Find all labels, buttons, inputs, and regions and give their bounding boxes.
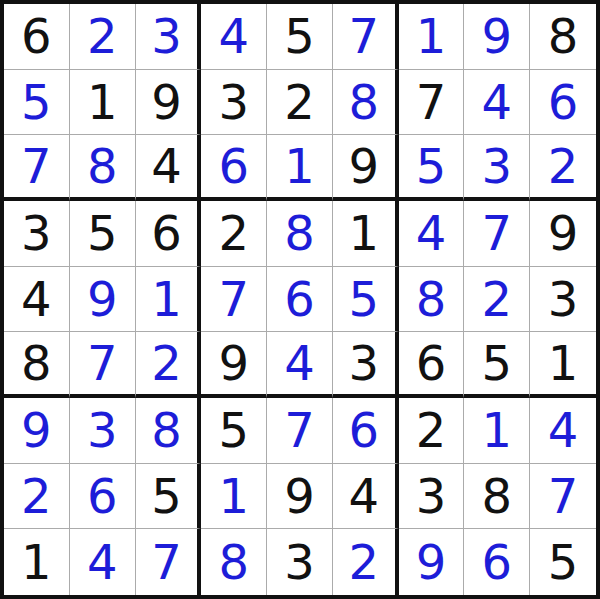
sudoku-cell-r2c2[interactable]: 1	[70, 70, 136, 136]
sudoku-cell-r3c3[interactable]: 4	[136, 135, 202, 201]
sudoku-cell-r4c2[interactable]: 5	[70, 201, 136, 267]
sudoku-cell-r8c3[interactable]: 5	[136, 464, 202, 530]
sudoku-cell-r3c9[interactable]: 2	[530, 135, 596, 201]
sudoku-cell-r7c8[interactable]: 1	[464, 398, 530, 464]
sudoku-cell-r9c8[interactable]: 6	[464, 529, 530, 595]
sudoku-cell-r1c5[interactable]: 5	[267, 4, 333, 70]
sudoku-cell-r9c2[interactable]: 4	[70, 529, 136, 595]
sudoku-cell-r8c6[interactable]: 4	[333, 464, 399, 530]
sudoku-cell-r4c4[interactable]: 2	[201, 201, 267, 267]
sudoku-cell-r7c6[interactable]: 6	[333, 398, 399, 464]
sudoku-cell-r8c7[interactable]: 3	[399, 464, 465, 530]
sudoku-cell-r2c3[interactable]: 9	[136, 70, 202, 136]
sudoku-cell-r9c5[interactable]: 3	[267, 529, 333, 595]
sudoku-cell-r6c6[interactable]: 3	[333, 332, 399, 398]
sudoku-cell-r1c3[interactable]: 3	[136, 4, 202, 70]
sudoku-cell-r6c4[interactable]: 9	[201, 332, 267, 398]
sudoku-cell-r3c2[interactable]: 8	[70, 135, 136, 201]
sudoku-cell-r9c6[interactable]: 2	[333, 529, 399, 595]
sudoku-cell-r7c7[interactable]: 2	[399, 398, 465, 464]
sudoku-cell-r6c9[interactable]: 1	[530, 332, 596, 398]
sudoku-cell-r3c1[interactable]: 7	[4, 135, 70, 201]
sudoku-cell-r8c8[interactable]: 8	[464, 464, 530, 530]
sudoku-cell-r6c7[interactable]: 6	[399, 332, 465, 398]
sudoku-cell-r4c9[interactable]: 9	[530, 201, 596, 267]
sudoku-cell-r1c6[interactable]: 7	[333, 4, 399, 70]
sudoku-cell-r2c6[interactable]: 8	[333, 70, 399, 136]
sudoku-cell-r7c2[interactable]: 3	[70, 398, 136, 464]
sudoku-cell-r2c8[interactable]: 4	[464, 70, 530, 136]
sudoku-cell-r7c3[interactable]: 8	[136, 398, 202, 464]
sudoku-cell-r3c8[interactable]: 3	[464, 135, 530, 201]
sudoku-cell-r8c1[interactable]: 2	[4, 464, 70, 530]
sudoku-cell-r9c4[interactable]: 8	[201, 529, 267, 595]
sudoku-cell-r5c4[interactable]: 7	[201, 267, 267, 333]
sudoku-cell-r4c1[interactable]: 3	[4, 201, 70, 267]
sudoku-cell-r3c4[interactable]: 6	[201, 135, 267, 201]
sudoku-cell-r9c3[interactable]: 7	[136, 529, 202, 595]
sudoku-cell-r4c3[interactable]: 6	[136, 201, 202, 267]
sudoku-cell-r2c7[interactable]: 7	[399, 70, 465, 136]
sudoku-cell-r7c5[interactable]: 7	[267, 398, 333, 464]
sudoku-cell-r1c7[interactable]: 1	[399, 4, 465, 70]
sudoku-cell-r8c4[interactable]: 1	[201, 464, 267, 530]
sudoku-cell-r4c8[interactable]: 7	[464, 201, 530, 267]
sudoku-cell-r6c2[interactable]: 7	[70, 332, 136, 398]
sudoku-cell-r4c5[interactable]: 8	[267, 201, 333, 267]
sudoku-cell-r1c8[interactable]: 9	[464, 4, 530, 70]
sudoku-cell-r2c1[interactable]: 5	[4, 70, 70, 136]
sudoku-cell-r8c2[interactable]: 6	[70, 464, 136, 530]
sudoku-cell-r7c1[interactable]: 9	[4, 398, 70, 464]
sudoku-cell-r2c5[interactable]: 2	[267, 70, 333, 136]
sudoku-cell-r2c4[interactable]: 3	[201, 70, 267, 136]
sudoku-cell-r1c4[interactable]: 4	[201, 4, 267, 70]
sudoku-cell-r7c4[interactable]: 5	[201, 398, 267, 464]
sudoku-cell-r3c6[interactable]: 9	[333, 135, 399, 201]
sudoku-cell-r5c3[interactable]: 1	[136, 267, 202, 333]
sudoku-cell-r8c5[interactable]: 9	[267, 464, 333, 530]
sudoku-cell-r4c7[interactable]: 4	[399, 201, 465, 267]
sudoku-cell-r6c8[interactable]: 5	[464, 332, 530, 398]
sudoku-cell-r6c3[interactable]: 2	[136, 332, 202, 398]
sudoku-cell-r5c6[interactable]: 5	[333, 267, 399, 333]
sudoku-cell-r5c8[interactable]: 2	[464, 267, 530, 333]
sudoku-cell-r2c9[interactable]: 6	[530, 70, 596, 136]
sudoku-cell-r9c7[interactable]: 9	[399, 529, 465, 595]
sudoku-cell-r8c9[interactable]: 7	[530, 464, 596, 530]
sudoku-cell-r1c9[interactable]: 8	[530, 4, 596, 70]
sudoku-cell-r5c1[interactable]: 4	[4, 267, 70, 333]
sudoku-cell-r9c1[interactable]: 1	[4, 529, 70, 595]
sudoku-cell-r9c9[interactable]: 5	[530, 529, 596, 595]
sudoku-board: 6234571985193287467846195323562814794917…	[0, 0, 600, 599]
sudoku-cell-r3c5[interactable]: 1	[267, 135, 333, 201]
sudoku-cell-r5c2[interactable]: 9	[70, 267, 136, 333]
sudoku-cell-r3c7[interactable]: 5	[399, 135, 465, 201]
sudoku-cell-r5c9[interactable]: 3	[530, 267, 596, 333]
sudoku-cell-r1c1[interactable]: 6	[4, 4, 70, 70]
sudoku-cell-r6c1[interactable]: 8	[4, 332, 70, 398]
sudoku-cell-r4c6[interactable]: 1	[333, 201, 399, 267]
sudoku-cell-r1c2[interactable]: 2	[70, 4, 136, 70]
sudoku-cell-r7c9[interactable]: 4	[530, 398, 596, 464]
sudoku-cell-r5c5[interactable]: 6	[267, 267, 333, 333]
sudoku-cell-r5c7[interactable]: 8	[399, 267, 465, 333]
sudoku-cell-r6c5[interactable]: 4	[267, 332, 333, 398]
